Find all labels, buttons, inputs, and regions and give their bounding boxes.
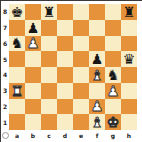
square-d5[interactable] [57, 51, 73, 67]
white-bishop-f1[interactable]: ♝ [91, 115, 104, 129]
white-bishop-f4[interactable]: ♝ [91, 68, 104, 82]
square-c6[interactable] [41, 36, 57, 52]
square-a6[interactable]: ♞ [9, 36, 25, 52]
square-a2[interactable] [9, 99, 25, 115]
square-g6[interactable] [105, 36, 121, 52]
square-b1[interactable] [25, 114, 41, 130]
square-c7[interactable] [41, 20, 57, 36]
white-rook-a3[interactable]: ♜ [11, 84, 24, 98]
white-pawn-f2[interactable]: ♟ [91, 99, 104, 113]
square-f2[interactable]: ♟ [89, 99, 105, 115]
rank-label-8: 8 [1, 4, 9, 20]
black-rook-c8[interactable]: ♜ [43, 5, 56, 19]
black-rook-h8[interactable]: ♜ [123, 5, 136, 19]
chess-board: ♚♜♜♟♞♟♟♛♝♞♜♟♟♝♚ [9, 4, 137, 130]
rank-label-1: 1 [1, 114, 9, 130]
square-f6[interactable] [89, 36, 105, 52]
rank-label-7: 7 [1, 20, 9, 36]
square-h2[interactable] [121, 99, 137, 115]
square-f4[interactable]: ♝ [89, 67, 105, 83]
square-g4[interactable]: ♞ [105, 67, 121, 83]
square-h7[interactable] [121, 20, 137, 36]
square-e5[interactable] [73, 51, 89, 67]
square-b6[interactable]: ♟ [25, 36, 41, 52]
square-c4[interactable] [41, 67, 57, 83]
white-to-move-indicator [2, 132, 9, 139]
file-label-a: a [9, 130, 25, 141]
square-b7[interactable]: ♟ [25, 20, 41, 36]
square-h5[interactable]: ♛ [121, 51, 137, 67]
square-b3[interactable] [25, 83, 41, 99]
square-f8[interactable] [89, 4, 105, 20]
rank-label-6: 6 [1, 36, 9, 52]
square-b4[interactable] [25, 67, 41, 83]
square-a8[interactable]: ♚ [9, 4, 25, 20]
file-label-b: b [25, 130, 41, 141]
file-labels: a b c d e f g h [9, 130, 137, 141]
square-e3[interactable] [73, 83, 89, 99]
square-g8[interactable] [105, 4, 121, 20]
square-e1[interactable] [73, 114, 89, 130]
square-d1[interactable] [57, 114, 73, 130]
square-a7[interactable] [9, 20, 25, 36]
white-pawn-g3[interactable]: ♟ [107, 84, 120, 98]
square-a1[interactable] [9, 114, 25, 130]
file-label-f: f [89, 130, 105, 141]
square-h4[interactable] [121, 67, 137, 83]
rank-label-3: 3 [1, 83, 9, 99]
rank-label-2: 2 [1, 99, 9, 115]
square-e2[interactable] [73, 99, 89, 115]
square-b8[interactable] [25, 4, 41, 20]
square-a3[interactable]: ♜ [9, 83, 25, 99]
rank-label-5: 5 [1, 51, 9, 67]
black-knight-a6[interactable]: ♞ [11, 36, 24, 50]
square-e7[interactable] [73, 20, 89, 36]
square-e6[interactable] [73, 36, 89, 52]
rank-label-4: 4 [1, 67, 9, 83]
square-h8[interactable]: ♜ [121, 4, 137, 20]
black-knight-g4[interactable]: ♞ [107, 68, 120, 82]
file-label-h: h [121, 130, 137, 141]
square-d4[interactable] [57, 67, 73, 83]
square-e4[interactable] [73, 67, 89, 83]
square-f7[interactable] [89, 20, 105, 36]
square-h1[interactable] [121, 114, 137, 130]
square-h3[interactable] [121, 83, 137, 99]
rank-labels: 8 7 6 5 4 3 2 1 [1, 4, 9, 130]
file-label-c: c [41, 130, 57, 141]
square-e8[interactable] [73, 4, 89, 20]
file-label-e: e [73, 130, 89, 141]
square-b2[interactable] [25, 99, 41, 115]
square-g1[interactable]: ♚ [105, 114, 121, 130]
square-f1[interactable]: ♝ [89, 114, 105, 130]
square-c2[interactable] [41, 99, 57, 115]
square-d3[interactable] [57, 83, 73, 99]
square-c3[interactable] [41, 83, 57, 99]
chess-board-screenshot: 8 7 6 5 4 3 2 1 ♚♜♜♟♞♟♟♛♝♞♜♟♟♝♚ a b c d … [0, 0, 142, 142]
square-d2[interactable] [57, 99, 73, 115]
square-g5[interactable] [105, 51, 121, 67]
square-c1[interactable] [41, 114, 57, 130]
square-a4[interactable] [9, 67, 25, 83]
square-d7[interactable] [57, 20, 73, 36]
square-d8[interactable] [57, 4, 73, 20]
file-label-g: g [105, 130, 121, 141]
square-f5[interactable]: ♟ [89, 51, 105, 67]
square-h6[interactable] [121, 36, 137, 52]
white-king-g1[interactable]: ♚ [107, 115, 120, 129]
black-king-a8[interactable]: ♚ [11, 5, 24, 19]
square-g7[interactable] [105, 20, 121, 36]
square-g3[interactable]: ♟ [105, 83, 121, 99]
file-label-d: d [57, 130, 73, 141]
square-g2[interactable] [105, 99, 121, 115]
black-queen-h5[interactable]: ♛ [123, 52, 136, 66]
square-a5[interactable] [9, 51, 25, 67]
white-pawn-b6[interactable]: ♟ [27, 36, 40, 50]
square-f3[interactable] [89, 83, 105, 99]
square-b5[interactable] [25, 51, 41, 67]
black-pawn-f5[interactable]: ♟ [91, 52, 104, 66]
square-c8[interactable]: ♜ [41, 4, 57, 20]
black-pawn-b7[interactable]: ♟ [27, 21, 40, 35]
square-d6[interactable] [57, 36, 73, 52]
square-c5[interactable] [41, 51, 57, 67]
